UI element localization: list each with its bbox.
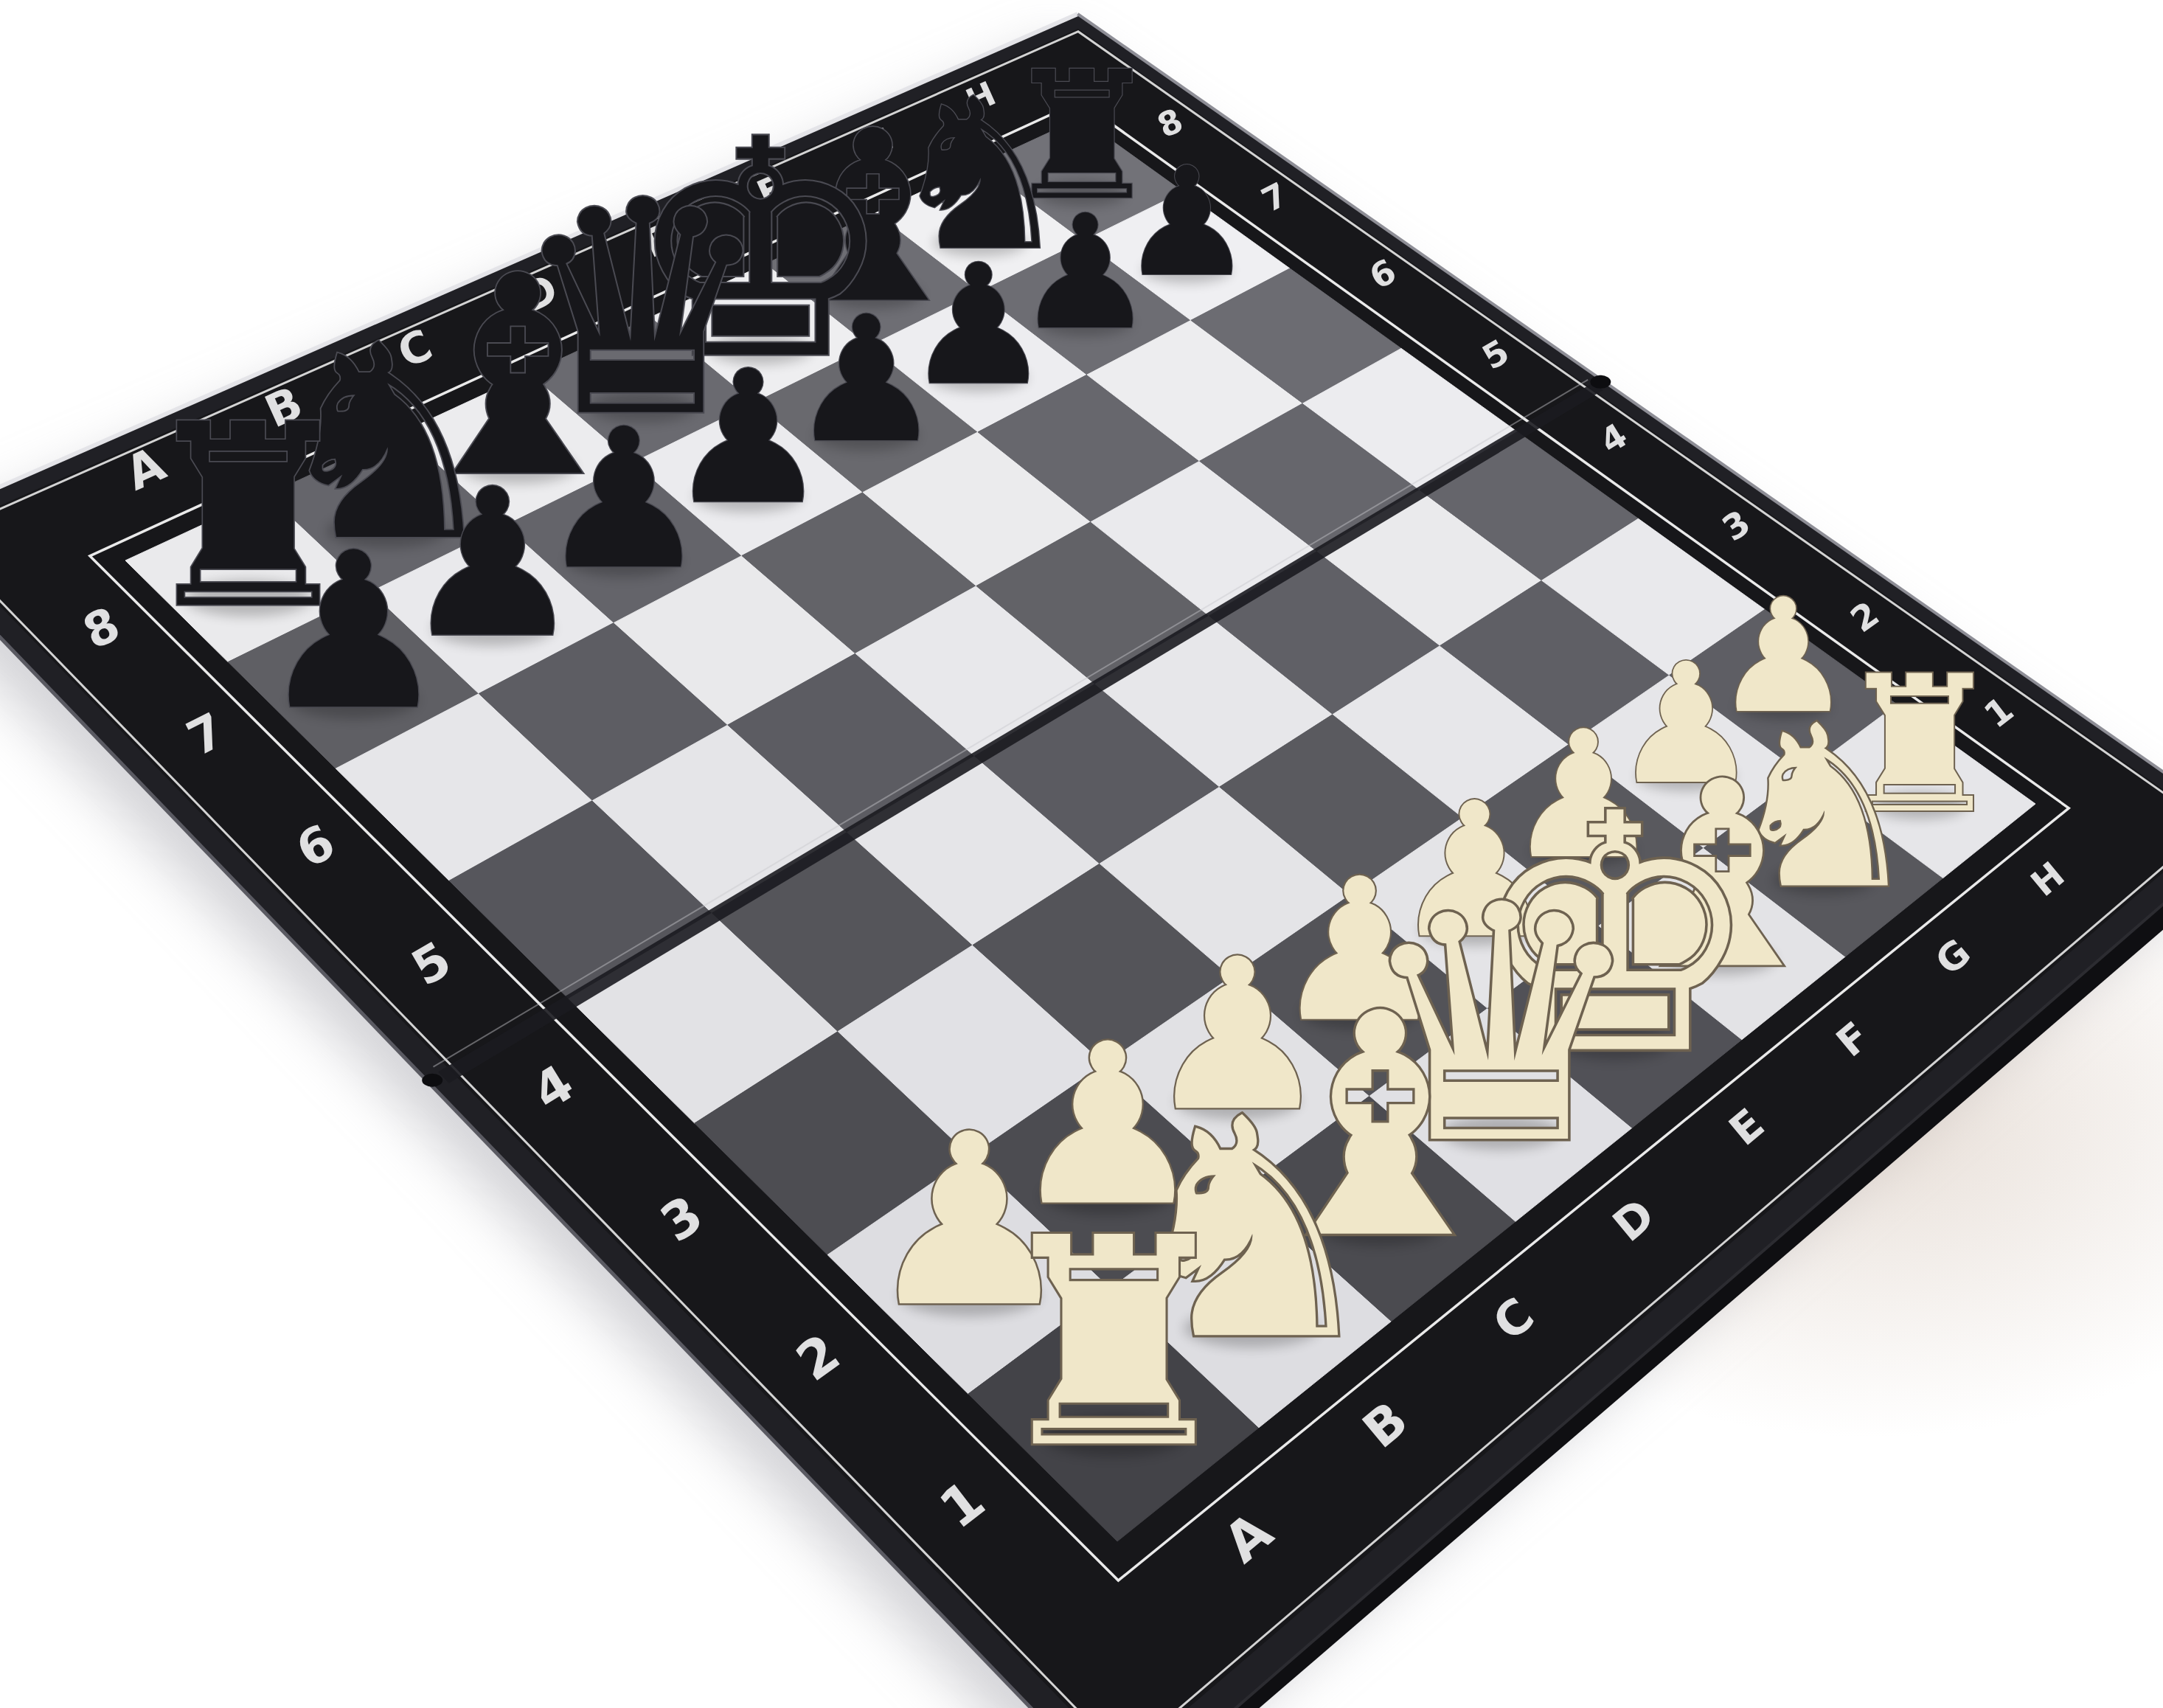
hinge-2 <box>1590 375 1611 389</box>
hinge-1 <box>422 1074 442 1087</box>
piece-black-pawn-a7[interactable]: ♟ <box>257 506 451 757</box>
board-svg: 88AA77BB66CC55DD44EE33FF22GG11HH♜♞♟♝♟♚♟♛… <box>0 0 2163 1708</box>
chessboard-photo: 88AA77BB66CC55DD44EE33FF22GG11HH♜♞♟♝♟♚♟♛… <box>0 0 2163 1708</box>
piece-white-rook-a1[interactable]: ♜ <box>985 1177 1243 1511</box>
